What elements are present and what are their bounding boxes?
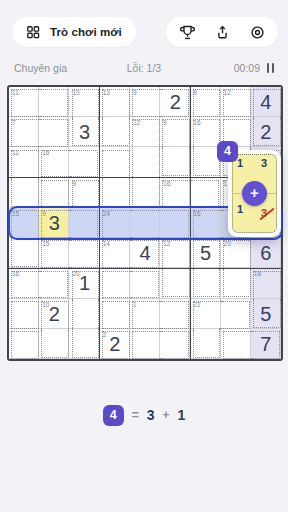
equals-sign: = — [132, 408, 139, 422]
digit-r6c5: 4 — [130, 238, 160, 268]
cell-r1c2[interactable] — [39, 87, 69, 117]
new-game-button[interactable]: Trò chơi mới — [12, 17, 136, 47]
cell-r6c1[interactable] — [9, 238, 39, 268]
digit-r9c4: 2 — [100, 329, 130, 359]
cell-r3c5[interactable] — [130, 147, 160, 177]
sum-hint-formula: 4 = 3 + 1 — [0, 403, 288, 427]
cell-r8c3[interactable] — [69, 299, 99, 329]
cell-r2c6[interactable] — [160, 117, 190, 147]
note-top-3: 3 — [261, 157, 267, 169]
pause-icon[interactable] — [266, 63, 276, 73]
cell-r2c5[interactable] — [130, 117, 160, 147]
digit-r9c9: 7 — [251, 329, 281, 359]
note-top-1: 1 — [237, 157, 243, 169]
digit-r6c9: 6 — [251, 238, 281, 268]
cell-r1c7[interactable] — [190, 87, 220, 117]
cell-r7c6[interactable] — [160, 268, 190, 298]
cell-r8c8[interactable] — [221, 299, 251, 329]
cell-r7c5[interactable] — [130, 268, 160, 298]
cell-r4c6[interactable] — [160, 178, 190, 208]
digit-r2c3: 3 — [69, 117, 99, 147]
digit-r1c6: 2 — [160, 87, 190, 117]
grid-icon — [24, 23, 42, 41]
cell-r6c6[interactable] — [160, 238, 190, 268]
cell-r3c4[interactable] — [100, 147, 130, 177]
cell-r7c2[interactable] — [39, 268, 69, 298]
cell-r3c3[interactable] — [69, 147, 99, 177]
digit-r8c9: 5 — [251, 299, 281, 329]
block-line-vertical — [190, 87, 192, 359]
cell-r2c2[interactable] — [39, 117, 69, 147]
share-icon[interactable] — [213, 23, 231, 41]
cell-r3c7[interactable] — [190, 147, 220, 177]
cell-r2c7[interactable] — [190, 117, 220, 147]
cell-r1c8[interactable] — [221, 87, 251, 117]
cell-r5c7[interactable] — [190, 208, 220, 238]
cell-r6c2[interactable] — [39, 238, 69, 268]
cell-r5c5[interactable] — [130, 208, 160, 238]
plus-icon[interactable]: + — [242, 181, 267, 206]
cell-r9c2[interactable] — [39, 329, 69, 359]
cell-r7c7[interactable] — [190, 268, 220, 298]
cell-r4c1[interactable] — [9, 178, 39, 208]
timer-label: 00:09 — [234, 62, 260, 74]
cell-r7c4[interactable] — [100, 268, 130, 298]
cell-r9c6[interactable] — [160, 329, 190, 359]
cell-r4c7[interactable] — [190, 178, 220, 208]
cell-r4c3[interactable] — [69, 178, 99, 208]
cell-r1c3[interactable] — [69, 87, 99, 117]
cell-r6c3[interactable] — [69, 238, 99, 268]
cell-r3c6[interactable] — [160, 147, 190, 177]
cell-r7c9[interactable] — [251, 268, 281, 298]
cell-r9c8[interactable] — [221, 329, 251, 359]
cell-r3c2[interactable] — [39, 147, 69, 177]
cell-r1c1[interactable] — [9, 87, 39, 117]
digit-r6c7: 5 — [190, 238, 220, 268]
cell-r9c7[interactable] — [190, 329, 220, 359]
new-game-label: Trò chơi mới — [50, 26, 122, 38]
cell-r9c5[interactable] — [130, 329, 160, 359]
cell-r8c1[interactable] — [9, 299, 39, 329]
cell-r8c6[interactable] — [160, 299, 190, 329]
cell-r8c4[interactable] — [100, 299, 130, 329]
cell-r5c6[interactable] — [160, 208, 190, 238]
cell-r6c4[interactable] — [100, 238, 130, 268]
cell-r4c5[interactable] — [130, 178, 160, 208]
note-bottom-1: 1 — [237, 203, 243, 215]
cell-r5c4[interactable] — [100, 208, 130, 238]
cell-r5c3[interactable] — [69, 208, 99, 238]
cell-r8c5[interactable] — [130, 299, 160, 329]
cell-r9c1[interactable] — [9, 329, 39, 359]
cell-r2c4[interactable] — [100, 117, 130, 147]
digit-r7c3: 1 — [69, 268, 99, 298]
cage-zoom-card: 1 3 1 3 + — [228, 150, 281, 237]
cage-zoom-popup: 1 3 1 3 + 4 — [217, 141, 283, 238]
digit-r5c2: 3 — [39, 208, 69, 238]
cell-r7c8[interactable] — [221, 268, 251, 298]
formula-sum-badge: 4 — [103, 405, 124, 426]
cell-r4c2[interactable] — [39, 178, 69, 208]
cell-r8c7[interactable] — [190, 299, 220, 329]
trophy-icon[interactable] — [178, 23, 196, 41]
settings-icon[interactable] — [248, 23, 266, 41]
plus-sign: + — [163, 408, 170, 422]
cell-r3c1[interactable] — [9, 147, 39, 177]
header-actions — [166, 17, 278, 47]
operand-2: 1 — [178, 407, 186, 423]
cage-sum-badge: 4 — [217, 141, 238, 162]
cell-r9c3[interactable] — [69, 329, 99, 359]
digit-r1c9: 4 — [251, 87, 281, 117]
cell-r5c1[interactable] — [9, 208, 39, 238]
status-bar: Chuyên gia Lỗi: 1/3 00:09 — [12, 62, 276, 76]
cell-r1c4[interactable] — [100, 87, 130, 117]
operand-1: 3 — [147, 407, 155, 423]
app-screen: Trò chơi mới Chuyên gia Lỗi: 1/3 00: — [0, 0, 288, 512]
cell-r2c1[interactable] — [9, 117, 39, 147]
cell-r7c1[interactable] — [9, 268, 39, 298]
cell-r1c5[interactable] — [130, 87, 160, 117]
cell-r4c4[interactable] — [100, 178, 130, 208]
digit-r8c2: 2 — [39, 299, 69, 329]
cell-r6c8[interactable] — [221, 238, 251, 268]
